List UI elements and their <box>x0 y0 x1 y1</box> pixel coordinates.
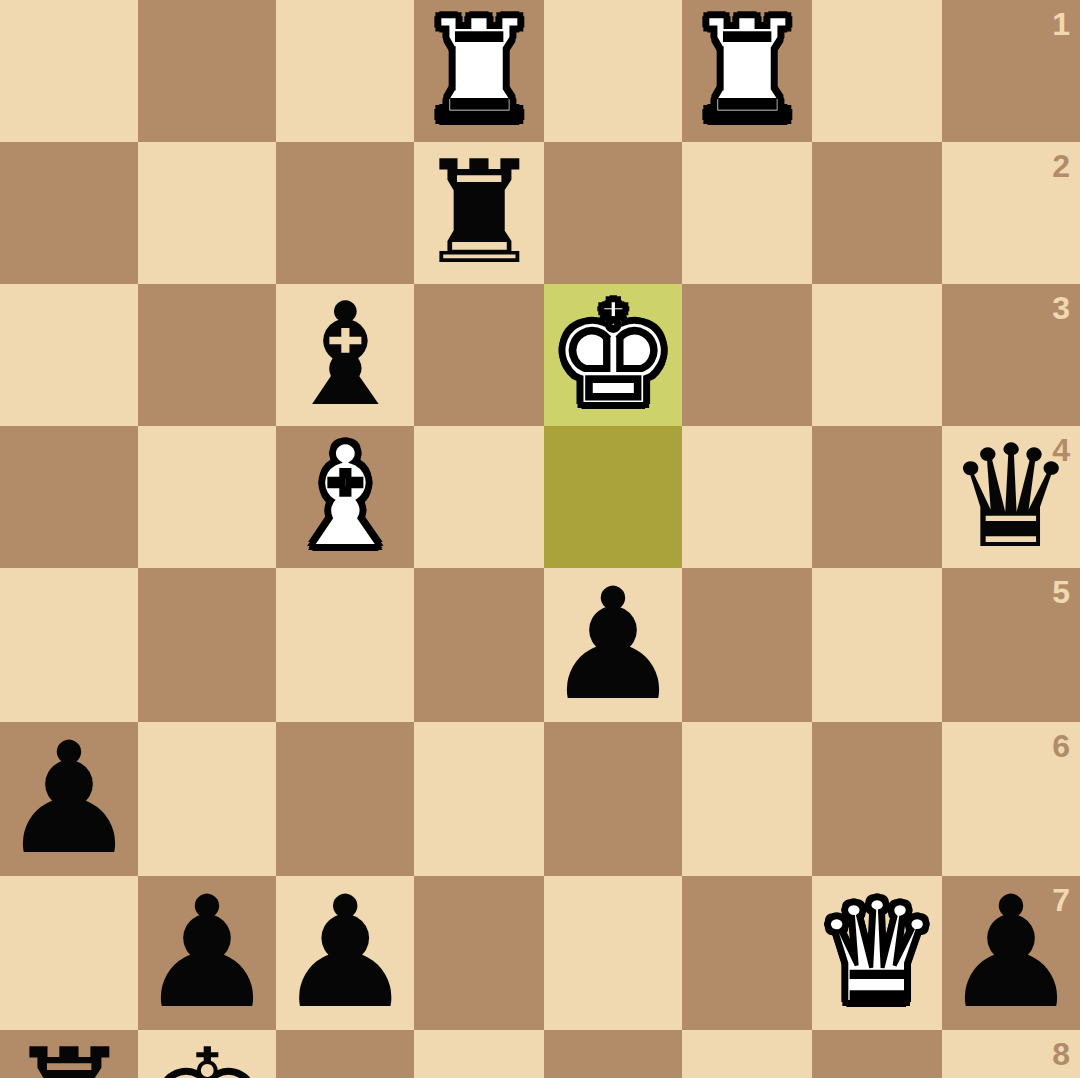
piece-black-pawn[interactable]: ♟ <box>138 876 276 1030</box>
square-h2[interactable] <box>0 142 138 284</box>
piece-white-king[interactable]: ♚ <box>549 284 676 426</box>
square-c7[interactable] <box>682 876 812 1030</box>
square-h6[interactable]: ♟ <box>0 722 138 876</box>
square-b2[interactable] <box>812 142 942 284</box>
piece-white-queen[interactable]: ♛ <box>813 882 940 1024</box>
square-e3[interactable] <box>414 284 544 426</box>
square-d6[interactable] <box>544 722 682 876</box>
square-g7[interactable]: ♟ <box>138 876 276 1030</box>
square-b8[interactable]: b <box>812 1030 942 1078</box>
square-f4[interactable]: ♝ <box>276 426 414 568</box>
square-h4[interactable] <box>0 426 138 568</box>
piece-black-king[interactable]: ♚ <box>143 1030 270 1078</box>
square-h3[interactable] <box>0 284 138 426</box>
square-d1[interactable] <box>544 0 682 142</box>
square-d3[interactable]: ♚ <box>544 284 682 426</box>
piece-black-bishop[interactable]: ♝ <box>282 284 409 426</box>
square-a2[interactable]: 2 <box>942 142 1080 284</box>
square-d7[interactable] <box>544 876 682 1030</box>
square-h1[interactable] <box>0 0 138 142</box>
square-e4[interactable] <box>414 426 544 568</box>
square-h5[interactable] <box>0 568 138 722</box>
chess-board: ♜♜1♜2♝♚3♝♛4♟5♟6♟♟♛♟7♜h♚gfedcb8a <box>0 0 1080 1078</box>
square-f3[interactable]: ♝ <box>276 284 414 426</box>
square-c4[interactable] <box>682 426 812 568</box>
square-b6[interactable] <box>812 722 942 876</box>
piece-white-bishop[interactable]: ♝ <box>282 426 409 568</box>
rank-label-5: 5 <box>1052 576 1070 608</box>
rank-label-6: 6 <box>1052 730 1070 762</box>
piece-black-rook[interactable]: ♜ <box>5 1030 132 1078</box>
rank-label-2: 2 <box>1052 150 1070 182</box>
piece-white-rook[interactable]: ♜ <box>415 0 542 142</box>
square-d5[interactable]: ♟ <box>544 568 682 722</box>
square-f6[interactable] <box>276 722 414 876</box>
square-g2[interactable] <box>138 142 276 284</box>
square-f5[interactable] <box>276 568 414 722</box>
square-a5[interactable]: 5 <box>942 568 1080 722</box>
square-g5[interactable] <box>138 568 276 722</box>
square-e7[interactable] <box>414 876 544 1030</box>
square-g6[interactable] <box>138 722 276 876</box>
square-d2[interactable] <box>544 142 682 284</box>
square-c2[interactable] <box>682 142 812 284</box>
square-g4[interactable] <box>138 426 276 568</box>
square-f2[interactable] <box>276 142 414 284</box>
square-c8[interactable]: c <box>682 1030 812 1078</box>
rank-label-4: 4 <box>1052 434 1070 466</box>
square-e5[interactable] <box>414 568 544 722</box>
square-d8[interactable]: d <box>544 1030 682 1078</box>
piece-black-pawn[interactable]: ♟ <box>0 722 138 876</box>
square-b5[interactable] <box>812 568 942 722</box>
square-e2[interactable]: ♜ <box>414 142 544 284</box>
square-e6[interactable] <box>414 722 544 876</box>
square-c5[interactable] <box>682 568 812 722</box>
square-b3[interactable] <box>812 284 942 426</box>
square-f1[interactable] <box>276 0 414 142</box>
square-b4[interactable] <box>812 426 942 568</box>
square-g1[interactable] <box>138 0 276 142</box>
square-a6[interactable]: 6 <box>942 722 1080 876</box>
piece-black-rook[interactable]: ♜ <box>415 142 542 284</box>
piece-white-rook[interactable]: ♜ <box>683 0 810 142</box>
piece-black-pawn[interactable]: ♟ <box>276 876 414 1030</box>
square-c1[interactable]: ♜ <box>682 0 812 142</box>
square-a7[interactable]: ♟7 <box>942 876 1080 1030</box>
square-g3[interactable] <box>138 284 276 426</box>
rank-label-1: 1 <box>1052 8 1070 40</box>
square-e8[interactable]: e <box>414 1030 544 1078</box>
piece-black-pawn[interactable]: ♟ <box>544 568 682 722</box>
rank-label-3: 3 <box>1052 292 1070 324</box>
square-a1[interactable]: 1 <box>942 0 1080 142</box>
rank-label-7: 7 <box>1052 884 1070 916</box>
square-h8[interactable]: ♜h <box>0 1030 138 1078</box>
square-a3[interactable]: 3 <box>942 284 1080 426</box>
square-c6[interactable] <box>682 722 812 876</box>
square-c3[interactable] <box>682 284 812 426</box>
square-g8[interactable]: ♚g <box>138 1030 276 1078</box>
square-b7[interactable]: ♛ <box>812 876 942 1030</box>
square-a4[interactable]: ♛4 <box>942 426 1080 568</box>
square-h7[interactable] <box>0 876 138 1030</box>
square-b1[interactable] <box>812 0 942 142</box>
square-f7[interactable]: ♟ <box>276 876 414 1030</box>
rank-label-8: 8 <box>1052 1038 1070 1070</box>
square-d4[interactable] <box>544 426 682 568</box>
square-e1[interactable]: ♜ <box>414 0 544 142</box>
